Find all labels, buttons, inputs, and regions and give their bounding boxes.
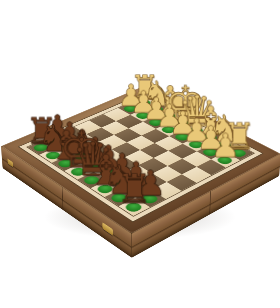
square-a2[interactable]: ♟ — [211, 152, 240, 167]
camera-perspective: ♜♞♝♚♛♝♞♜♟♟♟♟♟♟♟♟♟♟♟♟♟♟♟♟♜♞♝♚♛♝♞♜ — [0, 0, 280, 308]
brass-latch — [103, 223, 114, 237]
piece-pawn-light[interactable]: ♟ — [205, 129, 246, 162]
fold-seam — [62, 187, 64, 210]
chess-board: ♜♞♝♚♛♝♞♜♟♟♟♟♟♟♟♟♟♟♟♟♟♟♟♟♜♞♝♚♛♝♞♜ — [1, 85, 280, 234]
piece-rook-dark[interactable]: ♜ — [113, 169, 157, 208]
fold-seam — [209, 191, 211, 214]
square-a8[interactable]: ♜ — [119, 198, 150, 216]
product-photo: ♜♞♝♚♛♝♞♜♟♟♟♟♟♟♟♟♟♟♟♟♟♟♟♟♜♞♝♚♛♝♞♜ — [0, 0, 280, 308]
brass-hinge — [7, 159, 13, 168]
chess-box: ♜♞♝♚♛♝♞♜♟♟♟♟♟♟♟♟♟♟♟♟♟♟♟♟♜♞♝♚♛♝♞♜ — [1, 85, 280, 234]
